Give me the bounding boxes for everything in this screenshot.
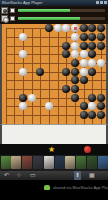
window-title: BlueStacks App Player [2, 0, 42, 5]
stone-black [88, 94, 96, 102]
stone-black [45, 24, 53, 32]
white-capture-tile [10, 16, 15, 21]
stone-white [62, 24, 70, 32]
grid-line-vertical [32, 28, 33, 123]
app-thumbnail[interactable] [65, 156, 75, 169]
android-nav-bar: ↶ ○ ▭ ⬆ ▦ [0, 171, 108, 180]
stone-white [28, 94, 36, 102]
share-text: shared via BlueStacks App Player (www.bl… [53, 184, 108, 192]
stone-black [106, 85, 108, 93]
stone-white [71, 50, 79, 58]
stone-black [88, 111, 96, 119]
stone-black [62, 85, 70, 93]
black-time-bar [17, 8, 106, 13]
stone-white [80, 59, 88, 67]
app-thumbnail[interactable] [1, 156, 11, 169]
stone-black [106, 94, 108, 102]
stone-white [19, 50, 27, 58]
black-player-avatar [1, 7, 8, 14]
stone-white [80, 50, 88, 58]
stone-black [80, 111, 88, 119]
stone-white [88, 59, 96, 67]
grid-line-horizontal [6, 89, 108, 90]
apps-icon[interactable]: ▦ [89, 171, 95, 180]
last-move-marker [74, 27, 77, 30]
close-button[interactable] [104, 1, 107, 4]
stone-black [71, 59, 79, 67]
stone-white [71, 33, 79, 41]
stone-black [97, 111, 105, 119]
maximize-button[interactable] [100, 1, 103, 4]
app-thumbnail[interactable] [33, 156, 43, 169]
stone-white [54, 24, 62, 32]
stone-black [19, 94, 27, 102]
grid-line-vertical [40, 28, 41, 123]
stone-white [80, 68, 88, 76]
grid-line-horizontal [6, 80, 108, 81]
stone-black [97, 33, 105, 41]
app-shelf [0, 155, 108, 171]
stone-white [71, 24, 79, 32]
back-icon[interactable]: ↶ [4, 171, 9, 180]
window-controls [96, 1, 107, 4]
grid-line-vertical [6, 28, 7, 123]
stone-white [19, 102, 27, 110]
app-thumbnail[interactable] [44, 156, 54, 169]
star-icon[interactable]: ★ [48, 145, 55, 154]
stone-black [71, 76, 79, 84]
grid-line-vertical [14, 28, 15, 123]
black-stone-icon [3, 9, 7, 13]
stone-white [97, 59, 105, 67]
black-capture-tile [10, 8, 15, 13]
stone-white [45, 102, 53, 110]
white-time-bar [17, 16, 106, 21]
app-thumbnail[interactable] [98, 156, 108, 169]
stone-black [80, 102, 88, 110]
stone-black [97, 102, 105, 110]
app-thumbnail[interactable] [11, 156, 21, 169]
share-banner: shared via BlueStacks App Player (www.bl… [0, 180, 108, 200]
stone-white [88, 102, 96, 110]
share-icon[interactable]: ⬆ [74, 171, 81, 180]
white-stone-icon [3, 17, 9, 23]
player-row-white [0, 15, 108, 23]
stone-black [97, 24, 105, 32]
stone-black [88, 50, 96, 58]
player-row-black [0, 7, 108, 15]
lower-panel [0, 125, 108, 144]
stone-black [36, 68, 44, 76]
stone-black [71, 68, 79, 76]
player-panel [0, 6, 108, 24]
app-thumbnail[interactable] [76, 156, 86, 169]
recent-icon[interactable]: ▭ [30, 171, 36, 180]
stone-black [97, 94, 105, 102]
stone-black [88, 33, 96, 41]
stone-black [80, 76, 88, 84]
stone-white [106, 42, 108, 50]
stone-black [62, 50, 70, 58]
stone-black [88, 42, 96, 50]
stone-black [71, 85, 79, 93]
grid-line-vertical [58, 28, 59, 123]
stone-black [80, 42, 88, 50]
app-thumbnail[interactable] [22, 156, 32, 169]
bottom-toolbar: ★ [0, 144, 108, 155]
stone-black [88, 68, 96, 76]
stone-black [62, 68, 70, 76]
stone-black [88, 24, 96, 32]
app-thumbnail[interactable] [55, 156, 65, 169]
stone-white [19, 33, 27, 41]
stone-white [19, 68, 27, 76]
stone-white [71, 42, 79, 50]
stone-black [80, 33, 88, 41]
stone-black [97, 42, 105, 50]
stone-black [62, 42, 70, 50]
app-thumbnail[interactable] [87, 156, 97, 169]
stone-black [71, 94, 79, 102]
minimize-button[interactable] [96, 1, 99, 4]
go-board[interactable] [0, 24, 108, 125]
android-icon [44, 185, 50, 190]
white-player-avatar [1, 15, 8, 22]
record-icon[interactable] [84, 146, 91, 153]
stone-black [80, 24, 88, 32]
home-icon[interactable]: ○ [17, 171, 21, 180]
